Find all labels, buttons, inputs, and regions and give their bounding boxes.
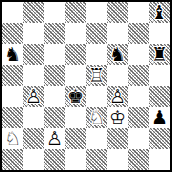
white-king-fill: ♚ [107, 107, 128, 128]
square-f4[interactable]: ♟♙ [107, 86, 128, 107]
square-c6[interactable] [44, 44, 65, 65]
square-f7[interactable] [107, 23, 128, 44]
black-rook-fill: ♜ [149, 44, 170, 65]
square-e7[interactable] [86, 23, 107, 44]
square-e6[interactable] [86, 44, 107, 65]
black-pawn-fill: ♟ [149, 107, 170, 128]
square-d1[interactable] [65, 149, 86, 170]
square-a3[interactable] [2, 107, 23, 128]
white-king: ♔ [107, 107, 128, 128]
square-c4[interactable] [44, 86, 65, 107]
black-pawn: ♟ [149, 107, 170, 128]
square-b8[interactable] [23, 2, 44, 23]
chess-board: ♝♝♞♞♞♞♜♜♜♖♟♙♚♚♟♙♞♘♚♔♟♟♞♘♟♙ [0, 0, 172, 172]
square-c8[interactable] [44, 2, 65, 23]
square-h1[interactable] [149, 149, 170, 170]
white-rook-fill: ♜ [86, 65, 107, 86]
black-bishop: ♝ [149, 2, 170, 23]
square-c7[interactable] [44, 23, 65, 44]
square-a5[interactable] [2, 65, 23, 86]
square-h7[interactable] [149, 23, 170, 44]
square-e3[interactable]: ♞♘ [86, 107, 107, 128]
square-a6[interactable]: ♞♞ [2, 44, 23, 65]
square-d6[interactable] [65, 44, 86, 65]
black-knight: ♞ [2, 44, 23, 65]
square-g5[interactable] [128, 65, 149, 86]
square-a4[interactable] [2, 86, 23, 107]
square-a8[interactable] [2, 2, 23, 23]
black-king: ♚ [65, 86, 86, 107]
square-d2[interactable] [65, 128, 86, 149]
square-b5[interactable] [23, 65, 44, 86]
square-g6[interactable] [128, 44, 149, 65]
black-knight: ♞ [107, 44, 128, 65]
square-d7[interactable] [65, 23, 86, 44]
square-f8[interactable] [107, 2, 128, 23]
square-f3[interactable]: ♚♔ [107, 107, 128, 128]
square-e1[interactable] [86, 149, 107, 170]
white-knight-fill: ♞ [2, 128, 23, 149]
square-a7[interactable] [2, 23, 23, 44]
square-c3[interactable] [44, 107, 65, 128]
white-pawn: ♙ [44, 128, 65, 149]
white-knight: ♘ [2, 128, 23, 149]
square-b2[interactable] [23, 128, 44, 149]
square-b6[interactable] [23, 44, 44, 65]
square-e4[interactable] [86, 86, 107, 107]
square-h4[interactable] [149, 86, 170, 107]
square-g1[interactable] [128, 149, 149, 170]
black-knight-fill: ♞ [107, 44, 128, 65]
square-d4[interactable]: ♚♚ [65, 86, 86, 107]
white-pawn: ♙ [107, 86, 128, 107]
white-pawn-fill: ♟ [23, 86, 44, 107]
square-d5[interactable] [65, 65, 86, 86]
black-rook: ♜ [149, 44, 170, 65]
square-f6[interactable]: ♞♞ [107, 44, 128, 65]
square-h5[interactable] [149, 65, 170, 86]
square-h2[interactable] [149, 128, 170, 149]
square-e2[interactable] [86, 128, 107, 149]
square-d8[interactable] [65, 2, 86, 23]
square-e5[interactable]: ♜♖ [86, 65, 107, 86]
square-f5[interactable] [107, 65, 128, 86]
square-c5[interactable] [44, 65, 65, 86]
white-knight-fill: ♞ [86, 107, 107, 128]
black-king-fill: ♚ [65, 86, 86, 107]
square-b7[interactable] [23, 23, 44, 44]
square-c1[interactable] [44, 149, 65, 170]
square-g7[interactable] [128, 23, 149, 44]
square-b4[interactable]: ♟♙ [23, 86, 44, 107]
black-knight-fill: ♞ [2, 44, 23, 65]
square-b1[interactable] [23, 149, 44, 170]
white-rook: ♖ [86, 65, 107, 86]
square-g3[interactable] [128, 107, 149, 128]
square-h8[interactable]: ♝♝ [149, 2, 170, 23]
white-pawn: ♙ [23, 86, 44, 107]
square-a1[interactable] [2, 149, 23, 170]
white-knight: ♘ [86, 107, 107, 128]
square-f1[interactable] [107, 149, 128, 170]
square-c2[interactable]: ♟♙ [44, 128, 65, 149]
square-d3[interactable] [65, 107, 86, 128]
white-pawn-fill: ♟ [107, 86, 128, 107]
square-b3[interactable] [23, 107, 44, 128]
white-pawn-fill: ♟ [44, 128, 65, 149]
square-h6[interactable]: ♜♜ [149, 44, 170, 65]
black-bishop-fill: ♝ [149, 2, 170, 23]
square-g8[interactable] [128, 2, 149, 23]
square-e8[interactable] [86, 2, 107, 23]
square-g4[interactable] [128, 86, 149, 107]
square-g2[interactable] [128, 128, 149, 149]
square-a2[interactable]: ♞♘ [2, 128, 23, 149]
square-f2[interactable] [107, 128, 128, 149]
square-h3[interactable]: ♟♟ [149, 107, 170, 128]
